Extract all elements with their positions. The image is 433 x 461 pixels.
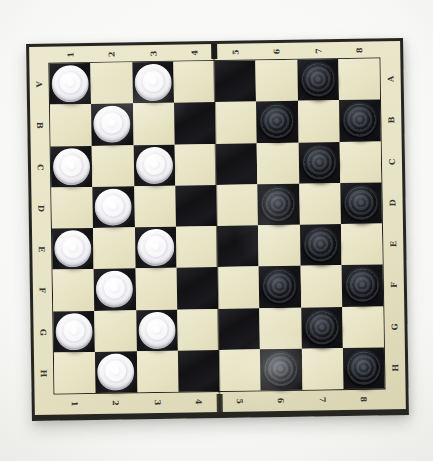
square-E3[interactable] [134, 227, 176, 269]
rank-label: H [23, 363, 65, 384]
square-G5[interactable] [218, 308, 260, 350]
square-D2[interactable] [93, 186, 135, 228]
file-label: 2 [106, 382, 128, 424]
photo-background: 12345678 12345678 ABCDEFGH ABCDEFGH [0, 0, 433, 461]
rank-label: E [22, 239, 64, 260]
square-G6[interactable] [259, 307, 301, 349]
square-B5[interactable] [215, 102, 257, 144]
square-C3[interactable] [133, 144, 175, 186]
square-C2[interactable] [92, 145, 134, 187]
file-label: 4 [185, 32, 203, 74]
file-label: 3 [147, 382, 169, 424]
square-B6[interactable] [256, 101, 298, 143]
square-B7[interactable] [297, 100, 339, 142]
white-checker[interactable] [138, 311, 176, 349]
square-F5[interactable] [218, 267, 260, 309]
file-label: 6 [271, 380, 293, 422]
file-label: 1 [65, 383, 87, 425]
black-checker[interactable] [303, 309, 341, 347]
white-checker[interactable] [93, 106, 131, 144]
file-label: 7 [312, 379, 334, 421]
square-F7[interactable] [300, 265, 342, 307]
square-E7[interactable] [299, 224, 341, 266]
square-C4[interactable] [174, 144, 216, 186]
square-G7[interactable] [301, 307, 343, 349]
rank-label: G [23, 322, 65, 343]
rank-label: C [371, 151, 413, 173]
square-E6[interactable] [258, 225, 300, 267]
rank-label: A [19, 74, 61, 95]
rank-label: E [372, 233, 414, 255]
square-F4[interactable] [176, 267, 218, 309]
file-label: 1 [61, 34, 79, 76]
square-C5[interactable] [216, 143, 258, 185]
checkers-board: 12345678 12345678 ABCDEFGH ABCDEFGH [26, 38, 409, 421]
square-D4[interactable] [175, 185, 217, 227]
square-G3[interactable] [136, 309, 178, 351]
rank-label: B [370, 109, 412, 131]
file-label: 8 [353, 378, 375, 420]
rank-label: D [371, 192, 413, 214]
square-C6[interactable] [257, 142, 299, 184]
square-D3[interactable] [134, 185, 176, 227]
black-checker[interactable] [260, 186, 298, 224]
square-D6[interactable] [258, 183, 300, 225]
file-label: 2 [102, 33, 120, 75]
file-label: 5 [226, 31, 244, 73]
black-checker[interactable] [300, 144, 338, 182]
square-C7[interactable] [298, 142, 340, 184]
file-label: 4 [188, 381, 210, 423]
rank-label: D [21, 198, 63, 219]
rank-label: A [369, 68, 411, 90]
square-D7[interactable] [299, 183, 341, 225]
square-B3[interactable] [133, 103, 175, 145]
board-face: 12345678 12345678 ABCDEFGH ABCDEFGH [29, 41, 406, 415]
file-label: 7 [309, 30, 327, 72]
black-checker[interactable] [261, 268, 299, 306]
square-F2[interactable] [94, 269, 136, 311]
white-checker[interactable] [135, 146, 173, 184]
square-E2[interactable] [93, 227, 135, 269]
square-B4[interactable] [174, 102, 216, 144]
file-label: 6 [267, 31, 285, 73]
rank-labels-right: ABCDEFGH [379, 58, 405, 388]
file-label: 5 [230, 380, 252, 422]
rank-label: H [374, 357, 416, 379]
file-label: 3 [144, 33, 162, 75]
square-F3[interactable] [135, 268, 177, 310]
black-checker[interactable] [258, 103, 296, 141]
square-E5[interactable] [217, 225, 259, 267]
rank-label: G [373, 316, 415, 338]
rank-label: F [22, 280, 64, 301]
file-label: 8 [350, 30, 368, 72]
square-D5[interactable] [216, 184, 258, 226]
square-B2[interactable] [91, 104, 133, 146]
square-F6[interactable] [259, 266, 301, 308]
square-G4[interactable] [177, 308, 219, 350]
rank-label: F [373, 274, 415, 296]
square-G2[interactable] [95, 310, 137, 352]
square-E4[interactable] [176, 226, 218, 268]
black-checker[interactable] [302, 226, 340, 264]
white-checker[interactable] [96, 271, 134, 309]
rank-label: C [20, 157, 62, 178]
rank-label: B [20, 115, 62, 136]
white-checker[interactable] [95, 188, 133, 226]
white-checker[interactable] [137, 229, 175, 267]
